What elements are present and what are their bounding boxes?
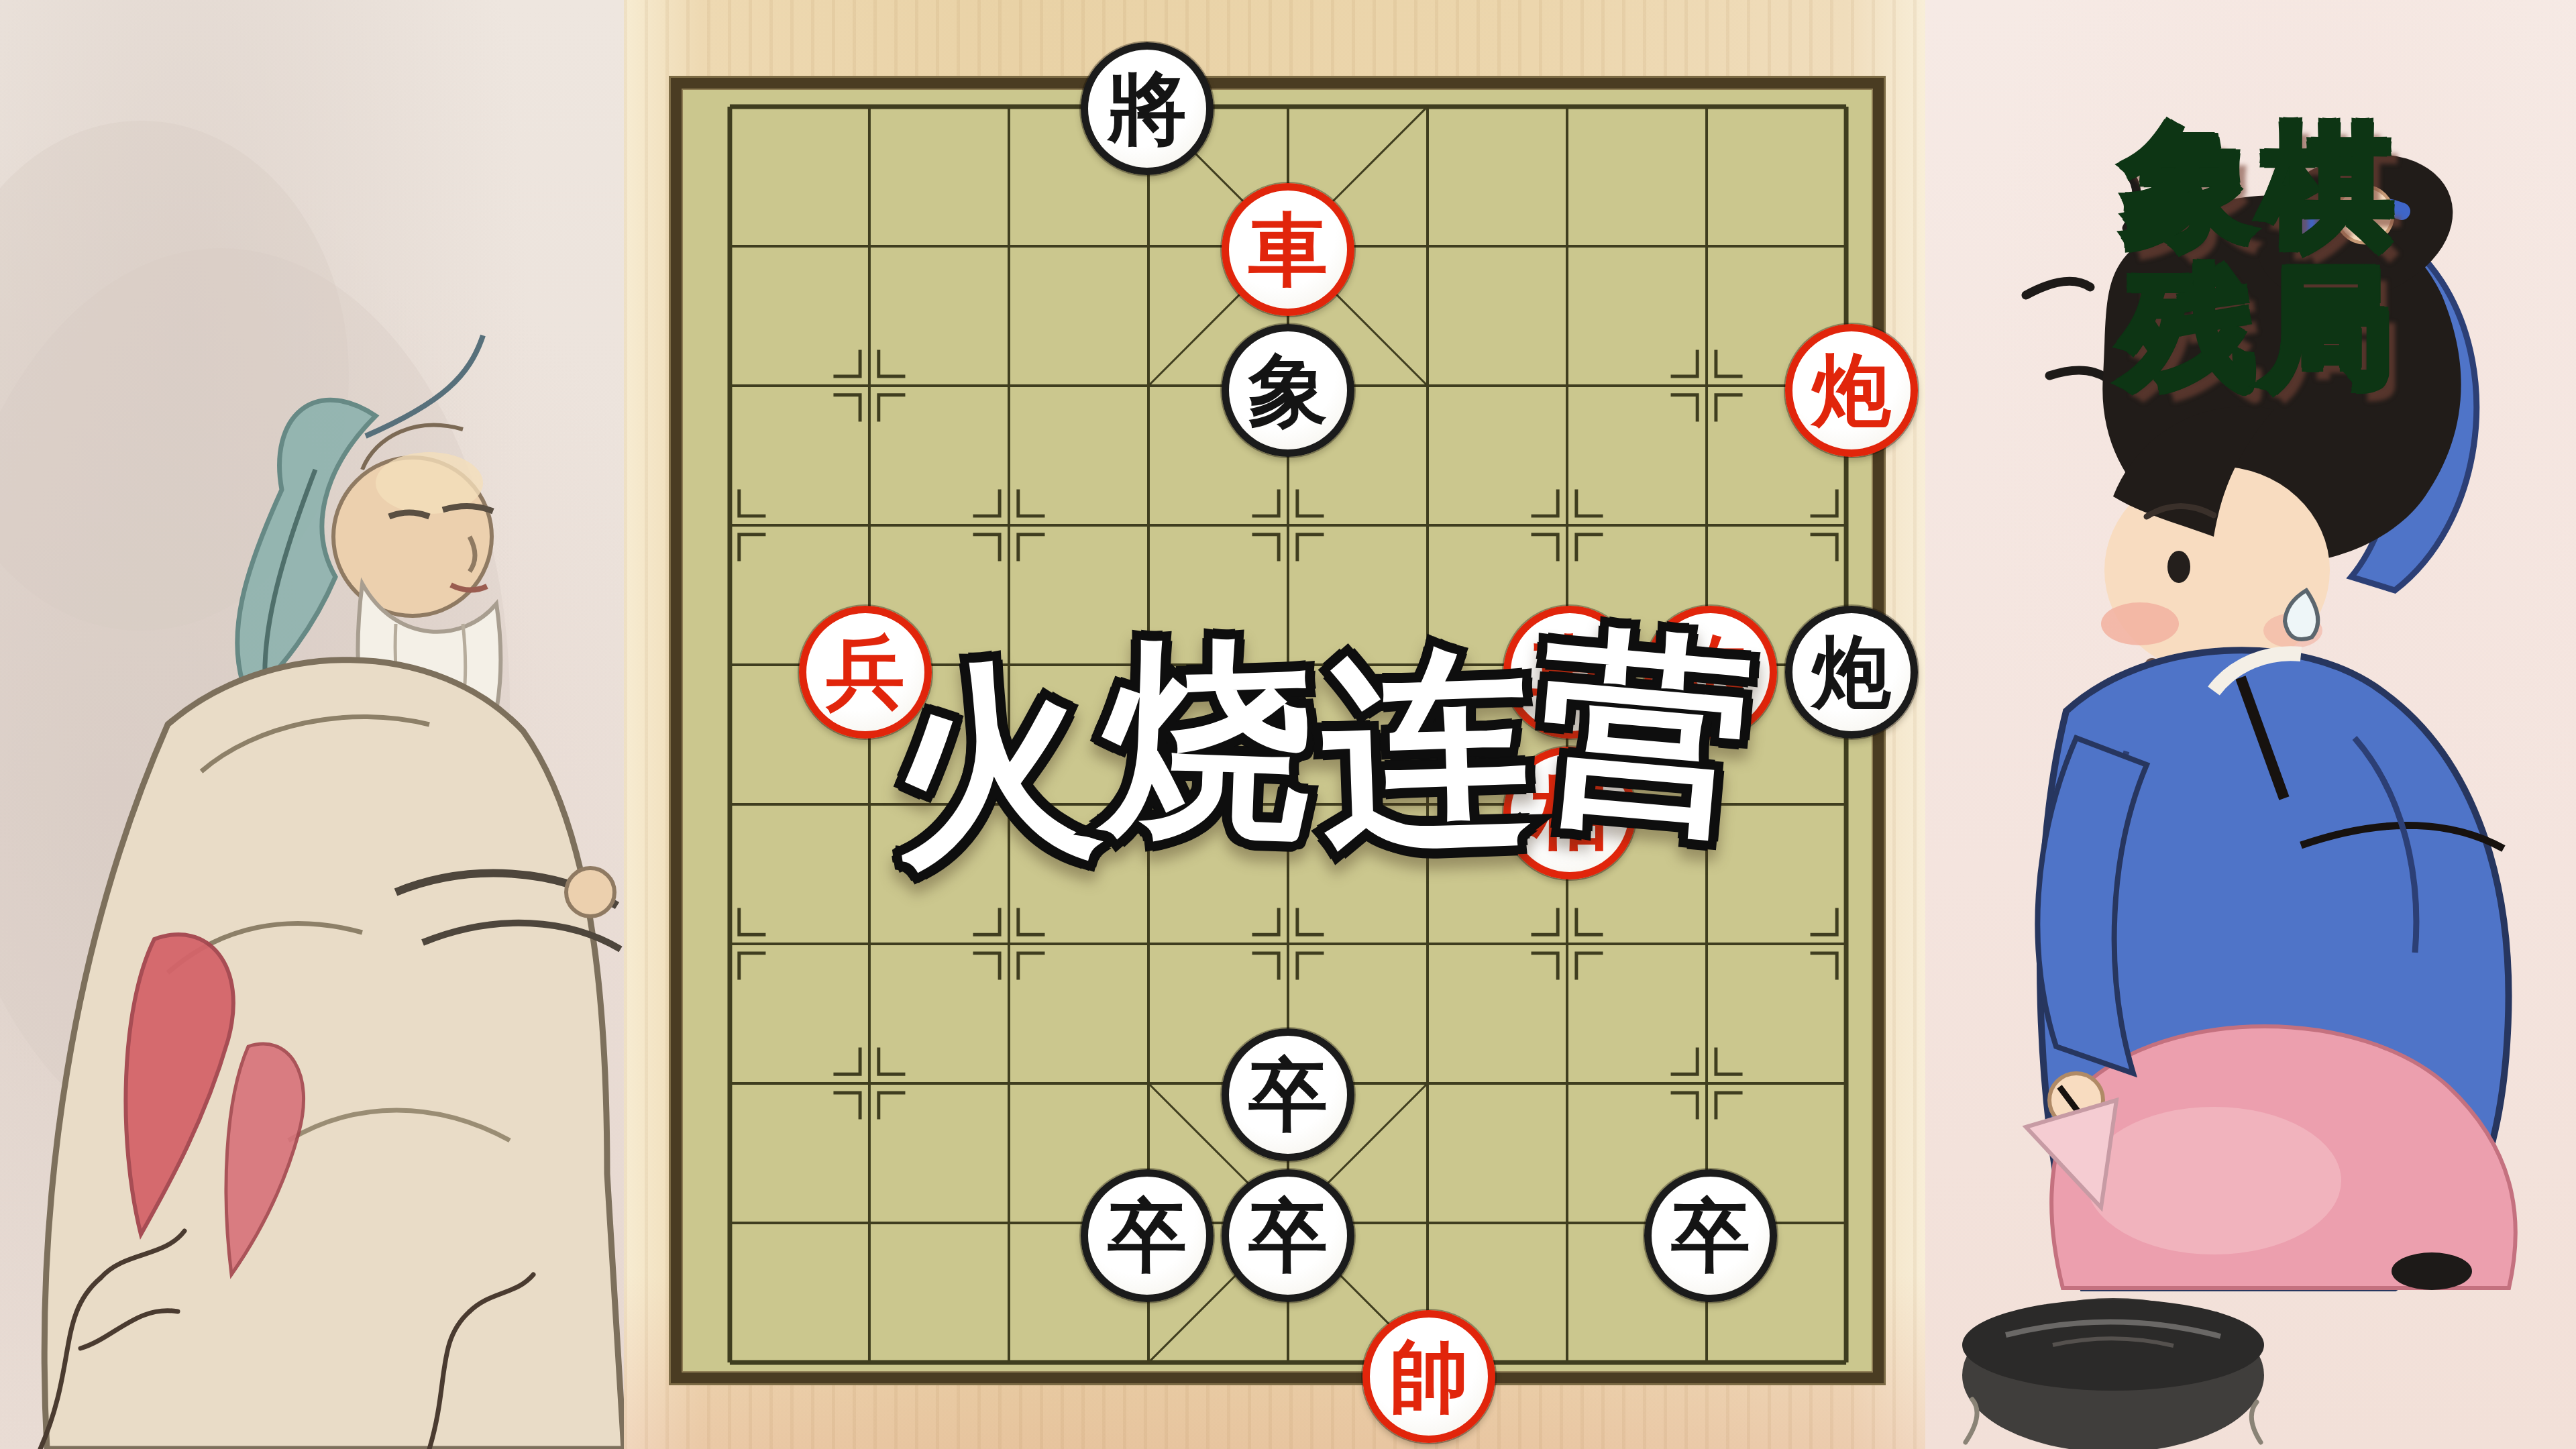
overlay-title-char: 营 [1527, 586, 1761, 886]
piece-character: 卒 [1248, 1055, 1328, 1134]
piece-red-general[interactable]: 帥 [1362, 1310, 1495, 1443]
piece-character: 炮 [1812, 351, 1891, 430]
puzzle-title-overlay: 火烧连营 [882, 607, 1752, 890]
piece-black-soldier[interactable]: 卒 [1644, 1169, 1777, 1302]
overlay-title-char: 连 [1316, 608, 1536, 898]
channel-title-line2: 残局 [2120, 258, 2396, 400]
overlay-title-char: 火 [876, 617, 1110, 917]
channel-title-char: 残 [2123, 258, 2255, 400]
channel-title-char: 局 [2261, 258, 2393, 400]
left-background-painting [0, 0, 624, 1449]
piece-character: 卒 [1248, 1196, 1328, 1275]
piece-character: 帥 [1389, 1337, 1468, 1416]
piece-black-elephant[interactable]: 象 [1222, 324, 1354, 457]
channel-title: 象棋 残局 [2120, 115, 2396, 399]
tea-bowl [1962, 1298, 2264, 1449]
channel-title-line1: 象棋 [2120, 115, 2396, 258]
channel-title-char: 棋 [2261, 115, 2393, 258]
screenshot-stage: 將車象炮兵車炮炮相卒卒卒卒帥 火烧连营 象棋 残局 [0, 0, 2576, 1449]
piece-character: 炮 [1812, 633, 1891, 712]
channel-title-char: 象 [2123, 115, 2255, 258]
piece-black-soldier[interactable]: 卒 [1081, 1169, 1214, 1302]
piece-character: 車 [1248, 210, 1328, 289]
piece-black-soldier[interactable]: 卒 [1222, 1028, 1354, 1161]
shoe [2392, 1252, 2472, 1290]
piece-character: 將 [1108, 69, 1187, 148]
piece-black-general[interactable]: 將 [1081, 42, 1214, 175]
piece-character: 卒 [1108, 1196, 1187, 1275]
piece-black-cannon[interactable]: 炮 [1785, 606, 1918, 739]
piece-black-soldier[interactable]: 卒 [1222, 1169, 1354, 1302]
piece-character: 卒 [1671, 1196, 1750, 1275]
overlay-title-char: 烧 [1099, 600, 1318, 890]
piece-red-chariot[interactable]: 車 [1222, 183, 1354, 316]
piece-character: 象 [1248, 351, 1328, 430]
old-man-painting [0, 0, 624, 1449]
piece-red-cannon[interactable]: 炮 [1785, 324, 1918, 457]
